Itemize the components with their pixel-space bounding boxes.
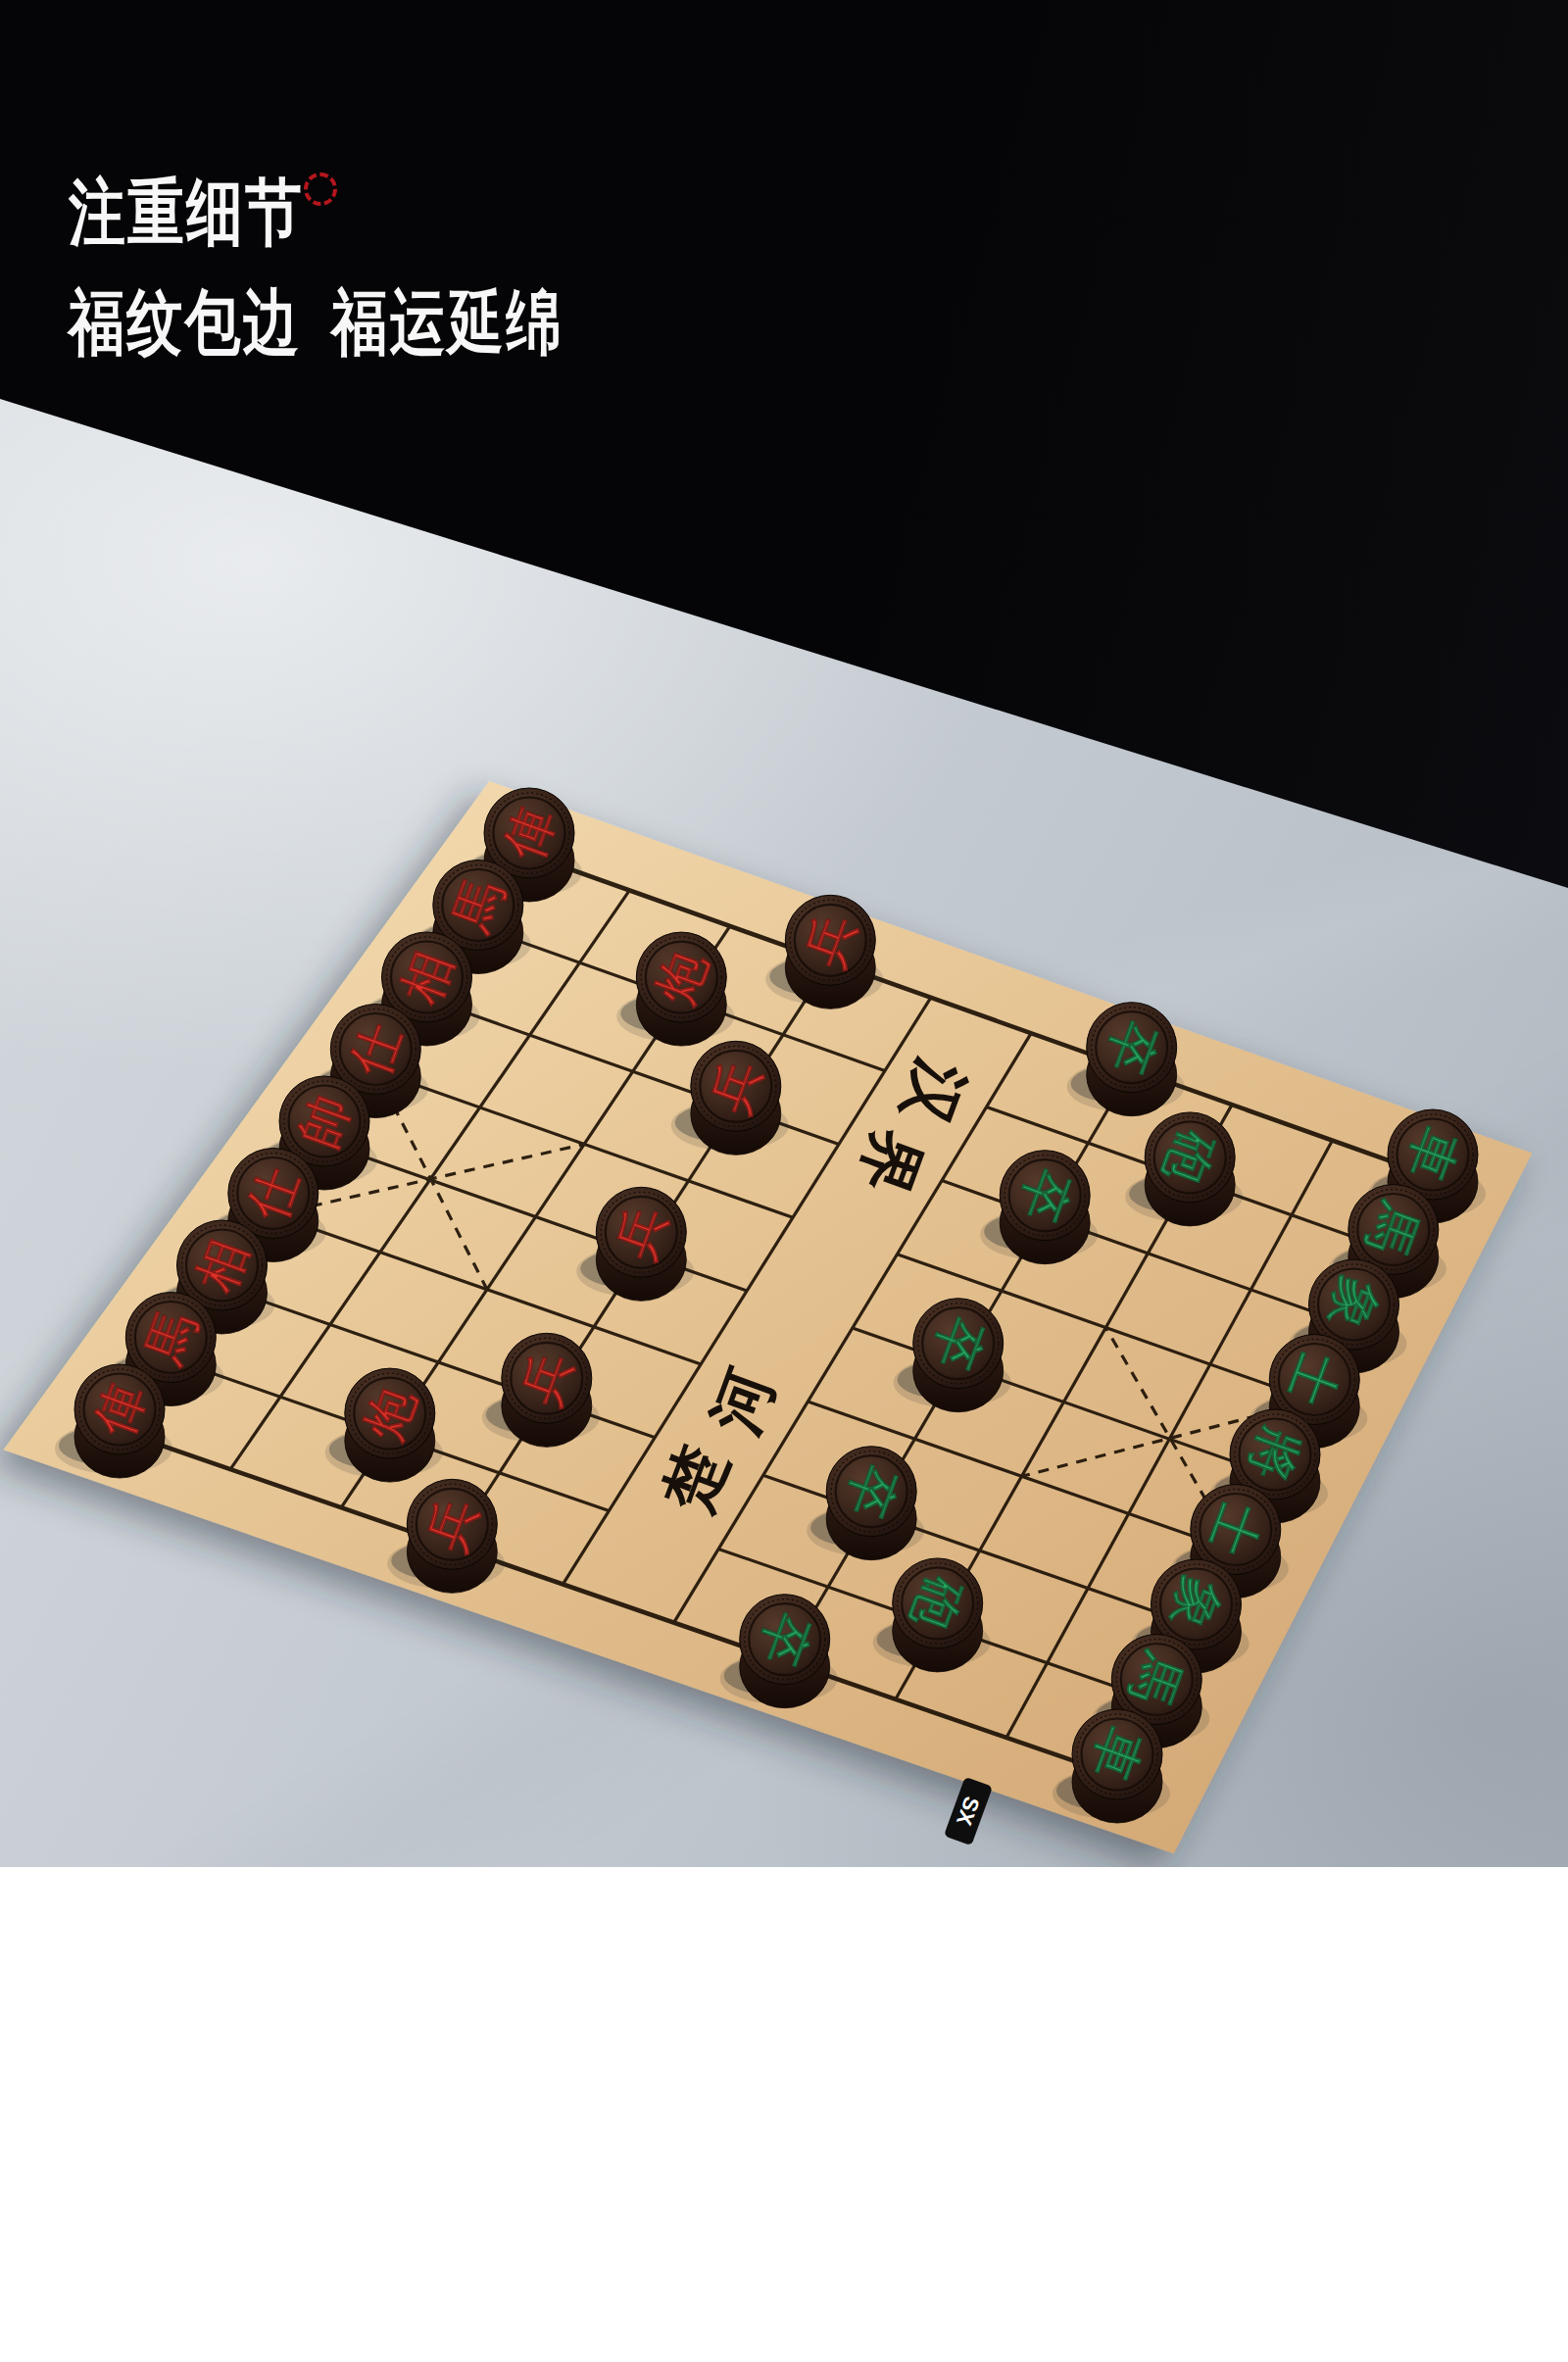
photo-scene: 注重细节 福纹包边福运延绵 汉界河楚SX俥馬兵相炮卒仕兵帥車砲仕卒馬兵相象馬卒兵… — [0, 0, 1568, 1867]
banner-subheadline-right: 福运延绵 — [331, 283, 563, 363]
red-ring-accent-icon — [304, 172, 337, 206]
banner-headline: 注重细节 — [69, 165, 304, 263]
banner-subheadline: 福纹包边福运延绵 — [69, 275, 563, 372]
banner-subheadline-left: 福纹包边 — [69, 283, 301, 363]
sx-logo: SX — [944, 1777, 993, 1845]
product-page: 注重细节 福纹包边福运延绵 汉界河楚SX俥馬兵相炮卒仕兵帥車砲仕卒馬兵相象馬卒兵… — [0, 0, 1568, 2362]
brand-footer: 緬甸 中国诗歌网 花梨 每日精选，专属定制 — [0, 1867, 1568, 2362]
